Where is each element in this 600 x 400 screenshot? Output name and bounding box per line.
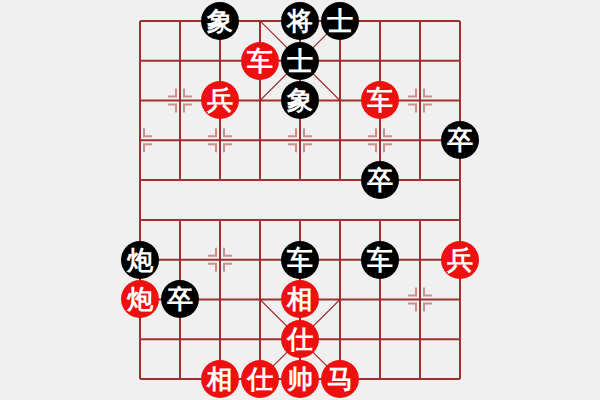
board-point[interactable] (440, 359, 480, 399)
board-point[interactable] (280, 160, 320, 200)
board-point[interactable]: 象 (200, 1, 240, 41)
board-point[interactable] (120, 41, 160, 81)
board-point[interactable] (360, 200, 400, 240)
board-point[interactable] (160, 319, 200, 359)
board-point[interactable] (240, 81, 280, 121)
board-point[interactable] (120, 81, 160, 121)
board-point[interactable] (440, 319, 480, 359)
board-point[interactable]: 仕 (240, 359, 280, 399)
board-point[interactable] (400, 160, 440, 200)
board-point[interactable] (360, 359, 400, 399)
board-point[interactable] (240, 160, 280, 200)
board-grid: 象将士车士兵象车卒卒炮车车兵炮卒相仕相仕帅马 (120, 1, 480, 399)
piece-black-king[interactable]: 将 (281, 2, 319, 40)
board-point[interactable] (440, 41, 480, 81)
board-point[interactable] (320, 41, 360, 81)
board-point[interactable] (440, 280, 480, 320)
board-point[interactable] (240, 280, 280, 320)
piece-black-soldier[interactable]: 卒 (361, 161, 399, 199)
board-point[interactable] (200, 41, 240, 81)
piece-red-king[interactable]: 帅 (281, 360, 319, 398)
board-point[interactable] (240, 200, 280, 240)
board-point[interactable] (120, 1, 160, 41)
board-point[interactable]: 相 (200, 359, 240, 399)
board-point[interactable] (160, 240, 200, 280)
piece-black-advisor[interactable]: 士 (281, 42, 319, 80)
board-point[interactable] (440, 1, 480, 41)
board-point[interactable] (200, 160, 240, 200)
board-point[interactable] (160, 1, 200, 41)
board-point[interactable]: 仕 (280, 319, 320, 359)
board-point[interactable] (400, 319, 440, 359)
board-point[interactable] (400, 200, 440, 240)
board-point[interactable] (440, 81, 480, 121)
board-point[interactable]: 车 (280, 240, 320, 280)
board-point[interactable] (160, 359, 200, 399)
piece-red-soldier[interactable]: 兵 (201, 81, 239, 119)
piece-red-advisor[interactable]: 仕 (281, 320, 319, 358)
board-point[interactable] (240, 319, 280, 359)
board-point[interactable] (320, 160, 360, 200)
piece-black-advisor[interactable]: 士 (321, 2, 359, 40)
piece-red-cannon[interactable]: 炮 (121, 280, 159, 318)
board-point[interactable] (360, 319, 400, 359)
board-point[interactable] (120, 160, 160, 200)
board-point[interactable] (320, 200, 360, 240)
xiangqi-board: 象将士车士兵象车卒卒炮车车兵炮卒相仕相仕帅马 (120, 1, 480, 399)
board-point[interactable] (440, 160, 480, 200)
board-point[interactable] (240, 240, 280, 280)
board-point[interactable]: 帅 (280, 359, 320, 399)
board-point[interactable]: 兵 (200, 81, 240, 121)
board-point[interactable] (280, 120, 320, 160)
board-point[interactable] (400, 359, 440, 399)
board-point[interactable] (160, 81, 200, 121)
board-point[interactable] (200, 319, 240, 359)
board-point[interactable] (160, 200, 200, 240)
board-point[interactable] (120, 200, 160, 240)
board-point[interactable] (320, 81, 360, 121)
board-point[interactable] (160, 160, 200, 200)
piece-black-cannon[interactable]: 炮 (121, 241, 159, 279)
piece-black-soldier[interactable]: 卒 (441, 121, 479, 159)
board-point[interactable]: 炮 (120, 240, 160, 280)
board-point[interactable] (200, 120, 240, 160)
board-point[interactable] (400, 81, 440, 121)
piece-black-chariot[interactable]: 车 (361, 241, 399, 279)
board-point[interactable]: 卒 (160, 280, 200, 320)
piece-black-elephant[interactable]: 象 (281, 81, 319, 119)
board-point[interactable]: 兵 (440, 240, 480, 280)
board-point[interactable] (360, 41, 400, 81)
board-point[interactable]: 士 (320, 1, 360, 41)
piece-black-soldier[interactable]: 卒 (161, 280, 199, 318)
piece-red-chariot[interactable]: 车 (241, 42, 279, 80)
xiangqi-screenshot: 象将士车士兵象车卒卒炮车车兵炮卒相仕相仕帅马 (0, 0, 600, 400)
piece-black-elephant[interactable]: 象 (201, 2, 239, 40)
board-point[interactable]: 炮 (120, 280, 160, 320)
board-point[interactable]: 卒 (360, 160, 400, 200)
board-point[interactable] (160, 120, 200, 160)
board-point[interactable] (120, 359, 160, 399)
board-point[interactable] (320, 120, 360, 160)
board-point[interactable] (160, 41, 200, 81)
board-point[interactable]: 士 (280, 41, 320, 81)
board-point[interactable] (400, 1, 440, 41)
board-point[interactable]: 车 (240, 41, 280, 81)
board-point[interactable] (400, 120, 440, 160)
piece-red-elephant[interactable]: 相 (201, 360, 239, 398)
board-point[interactable] (360, 120, 400, 160)
board-point[interactable] (320, 319, 360, 359)
board-point[interactable]: 车 (360, 81, 400, 121)
board-point[interactable] (240, 120, 280, 160)
board-point[interactable]: 将 (280, 1, 320, 41)
piece-red-elephant[interactable]: 相 (281, 280, 319, 318)
board-point[interactable] (400, 240, 440, 280)
piece-red-soldier[interactable]: 兵 (441, 241, 479, 279)
board-point[interactable] (120, 120, 160, 160)
board-point[interactable] (320, 280, 360, 320)
piece-black-chariot[interactable]: 车 (281, 241, 319, 279)
board-point[interactable] (440, 200, 480, 240)
board-point[interactable]: 相 (280, 280, 320, 320)
board-point[interactable] (400, 41, 440, 81)
board-point[interactable] (360, 280, 400, 320)
board-point[interactable] (200, 280, 240, 320)
board-point[interactable] (200, 240, 240, 280)
board-point[interactable] (360, 1, 400, 41)
board-point[interactable]: 象 (280, 81, 320, 121)
piece-red-advisor[interactable]: 仕 (241, 360, 279, 398)
board-point[interactable] (240, 1, 280, 41)
board-point[interactable] (120, 319, 160, 359)
board-point[interactable] (400, 280, 440, 320)
board-point[interactable]: 卒 (440, 120, 480, 160)
piece-red-chariot[interactable]: 车 (361, 81, 399, 119)
board-point[interactable] (320, 240, 360, 280)
board-point[interactable] (200, 200, 240, 240)
piece-red-horse[interactable]: 马 (321, 360, 359, 398)
board-point[interactable]: 马 (320, 359, 360, 399)
board-point[interactable]: 车 (360, 240, 400, 280)
board-point[interactable] (280, 200, 320, 240)
